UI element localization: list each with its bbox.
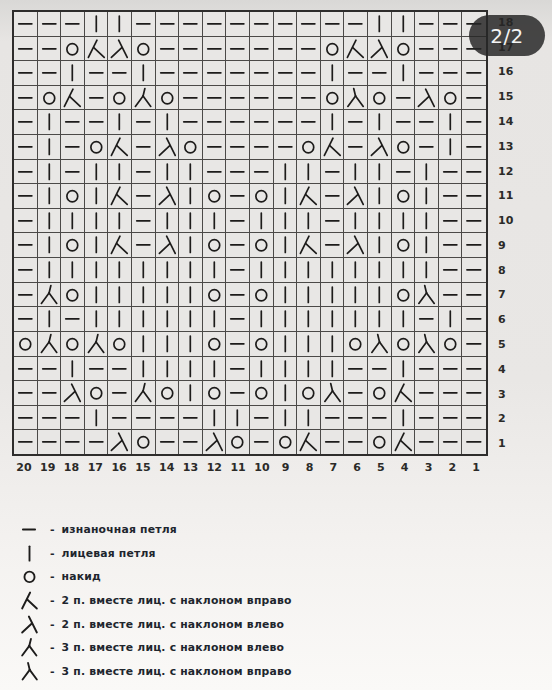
yarnover-symbol xyxy=(85,381,108,405)
row-label-3: 3 xyxy=(494,382,520,407)
cell-r2-c9 xyxy=(274,406,298,431)
knit-symbol xyxy=(439,110,462,134)
cell-r5-c1 xyxy=(462,332,486,357)
knit-symbol xyxy=(250,258,273,282)
k3tog-right-symbol xyxy=(415,332,438,356)
cell-r18-c7 xyxy=(321,12,345,37)
cell-r7-c2 xyxy=(439,283,463,308)
knit-symbol xyxy=(108,283,131,307)
purl-symbol xyxy=(226,37,249,61)
knit-symbol xyxy=(85,160,108,184)
purl-symbol xyxy=(14,37,37,61)
cell-r5-c8 xyxy=(297,332,321,357)
cell-r4-c12 xyxy=(203,357,227,382)
cell-r11-c16 xyxy=(108,184,132,209)
purl-symbol xyxy=(439,357,462,381)
cell-r11-c14 xyxy=(156,184,180,209)
cell-r17-c11 xyxy=(226,37,250,62)
row-labels: 181716151413121110987654321 xyxy=(494,10,520,456)
cell-r11-c12 xyxy=(203,184,227,209)
cell-r10-c16 xyxy=(108,209,132,234)
purl-symbol xyxy=(439,209,462,233)
purl-symbol xyxy=(14,307,37,331)
cell-r3-c19 xyxy=(38,381,62,406)
cell-r2-c4 xyxy=(392,406,416,431)
column-label-4: 4 xyxy=(393,458,417,478)
cell-r9-c12 xyxy=(203,233,227,258)
cell-r8-c17 xyxy=(85,258,109,283)
cell-r17-c6 xyxy=(344,37,368,62)
purl-symbol xyxy=(344,110,367,134)
purl-symbol xyxy=(344,12,367,36)
purl-symbol xyxy=(226,135,249,159)
cell-r4-c16 xyxy=(108,357,132,382)
cell-r3-c15 xyxy=(132,381,156,406)
cell-r5-c19 xyxy=(38,332,62,357)
knit-symbol xyxy=(108,160,131,184)
cell-r6-c5 xyxy=(368,307,392,332)
column-label-1: 1 xyxy=(464,458,488,478)
cell-r8-c10 xyxy=(250,258,274,283)
purl-symbol xyxy=(14,160,37,184)
knit-symbol xyxy=(156,258,179,282)
purl-symbol xyxy=(250,430,273,454)
cell-r3-c5 xyxy=(368,381,392,406)
cell-r15-c6 xyxy=(344,86,368,111)
cell-r11-c3 xyxy=(415,184,439,209)
yarnover-symbol xyxy=(250,381,273,405)
cell-r9-c19 xyxy=(38,233,62,258)
cell-r18-c14 xyxy=(156,12,180,37)
cell-r5-c13 xyxy=(179,332,203,357)
knit-symbol xyxy=(415,233,438,257)
yarnover-symbol xyxy=(368,381,391,405)
legend-separator: - xyxy=(50,594,55,607)
knit-symbol xyxy=(250,307,273,331)
cell-r3-c7 xyxy=(321,381,345,406)
cell-r18-c10 xyxy=(250,12,274,37)
cell-r15-c8 xyxy=(297,86,321,111)
cell-r17-c2 xyxy=(439,37,463,62)
cell-r13-c19 xyxy=(38,135,62,160)
knit-symbol xyxy=(179,381,202,405)
knit-symbol xyxy=(61,209,84,233)
cell-r3-c9 xyxy=(274,381,298,406)
knit-symbol xyxy=(274,258,297,282)
cell-r1-c8 xyxy=(297,430,321,454)
knit-symbol xyxy=(274,357,297,381)
purl-symbol xyxy=(38,430,61,454)
knit-symbol xyxy=(85,258,108,282)
k2tog-left-symbol xyxy=(156,233,179,257)
cell-r5-c17 xyxy=(85,332,109,357)
knit-symbol xyxy=(179,307,202,331)
cell-r17-c16 xyxy=(108,37,132,62)
legend-item-k2tog-left-symbol: -2 п. вместе лиц. с наклоном влево xyxy=(14,612,534,636)
purl-symbol xyxy=(462,283,486,307)
yarnover-symbol xyxy=(250,283,273,307)
cell-r11-c15 xyxy=(132,184,156,209)
knit-symbol xyxy=(61,61,84,85)
cell-r18-c15 xyxy=(132,12,156,37)
knit-symbol xyxy=(297,258,320,282)
k3tog-right-symbol xyxy=(344,86,367,110)
cell-r5-c7 xyxy=(321,332,345,357)
knit-symbol xyxy=(274,184,297,208)
knit-symbol xyxy=(179,209,202,233)
cell-r4-c7 xyxy=(321,357,345,382)
cell-r15-c9 xyxy=(274,86,298,111)
cell-r15-c5 xyxy=(368,86,392,111)
cell-r14-c10 xyxy=(250,110,274,135)
cell-r10-c15 xyxy=(132,209,156,234)
cell-r11-c1 xyxy=(462,184,486,209)
purl-symbol xyxy=(462,406,486,430)
cell-r9-c2 xyxy=(439,233,463,258)
yarnover-symbol xyxy=(132,37,155,61)
cell-r14-c2 xyxy=(439,110,463,135)
cell-r16-c8 xyxy=(297,61,321,86)
legend-label: 3 п. вместе лиц. с наклоном влево xyxy=(62,641,285,654)
purl-symbol xyxy=(462,61,486,85)
k3tog-left-symbol xyxy=(132,381,155,405)
knit-symbol xyxy=(368,233,391,257)
cell-r4-c5 xyxy=(368,357,392,382)
cell-r2-c11 xyxy=(226,406,250,431)
purl-symbol xyxy=(250,135,273,159)
k2tog-right-symbol xyxy=(321,135,344,159)
cell-r7-c4 xyxy=(392,283,416,308)
knitting-chart-page: 2019181716151413121110987654321 18171615… xyxy=(0,0,552,690)
cell-r5-c6 xyxy=(344,332,368,357)
cell-r8-c20 xyxy=(14,258,38,283)
cell-r3-c18 xyxy=(61,381,85,406)
knit-symbol xyxy=(179,160,202,184)
purl-symbol xyxy=(38,357,61,381)
purl-symbol xyxy=(344,61,367,85)
purl-symbol xyxy=(108,61,131,85)
row-label-16: 16 xyxy=(494,60,520,85)
knit-symbol xyxy=(368,307,391,331)
cell-r12-c4 xyxy=(392,160,416,185)
cell-r13-c20 xyxy=(14,135,38,160)
purl-symbol xyxy=(203,12,226,36)
row-label-15: 15 xyxy=(494,84,520,109)
cell-r17-c4 xyxy=(392,37,416,62)
purl-symbol xyxy=(344,430,367,454)
k2tog-left-symbol xyxy=(368,135,391,159)
cell-r14-c20 xyxy=(14,110,38,135)
yarnover-symbol xyxy=(226,430,249,454)
cell-r9-c18 xyxy=(61,233,85,258)
cell-r2-c2 xyxy=(439,406,463,431)
cell-r11-c6 xyxy=(344,184,368,209)
column-label-3: 3 xyxy=(417,458,441,478)
column-label-16: 16 xyxy=(107,458,131,478)
knit-symbol xyxy=(179,233,202,257)
knit-symbol xyxy=(85,209,108,233)
cell-r14-c11 xyxy=(226,110,250,135)
cell-r2-c5 xyxy=(368,406,392,431)
purl-symbol xyxy=(274,86,297,110)
cell-r15-c17 xyxy=(85,86,109,111)
cell-r18-c5 xyxy=(368,12,392,37)
cell-r13-c10 xyxy=(250,135,274,160)
cell-r3-c4 xyxy=(392,381,416,406)
cell-r16-c3 xyxy=(415,61,439,86)
cell-r10-c11 xyxy=(226,209,250,234)
cell-r14-c1 xyxy=(462,110,486,135)
cell-r13-c8 xyxy=(297,135,321,160)
cell-r4-c10 xyxy=(250,357,274,382)
cell-r13-c15 xyxy=(132,135,156,160)
purl-symbol xyxy=(132,233,155,257)
cell-r6-c11 xyxy=(226,307,250,332)
cell-r16-c12 xyxy=(203,61,227,86)
cell-r10-c18 xyxy=(61,209,85,234)
knit-symbol xyxy=(19,543,40,564)
knit-symbol xyxy=(85,307,108,331)
knit-symbol xyxy=(344,160,367,184)
cell-r17-c19 xyxy=(38,37,62,62)
cell-r7-c5 xyxy=(368,283,392,308)
purl-symbol xyxy=(132,12,155,36)
cell-r6-c12 xyxy=(203,307,227,332)
column-label-19: 19 xyxy=(36,458,60,478)
knit-symbol xyxy=(344,258,367,282)
knit-symbol xyxy=(85,406,108,430)
purl-symbol xyxy=(321,184,344,208)
cell-r4-c2 xyxy=(439,357,463,382)
purl-symbol xyxy=(14,209,37,233)
cell-r3-c13 xyxy=(179,381,203,406)
purl-symbol xyxy=(274,61,297,85)
k3tog-right-symbol xyxy=(321,381,344,405)
cell-r8-c1 xyxy=(462,258,486,283)
purl-symbol xyxy=(179,61,202,85)
cell-r12-c5 xyxy=(368,160,392,185)
cell-r17-c17 xyxy=(85,37,109,62)
purl-symbol xyxy=(14,135,37,159)
cell-r1-c12 xyxy=(203,430,227,454)
cell-r8-c11 xyxy=(226,258,250,283)
chart-grid xyxy=(12,10,488,456)
column-label-9: 9 xyxy=(274,458,298,478)
legend: -изнаночная петля-лицевая петля-накид-2 … xyxy=(14,518,534,683)
yarnover-symbol xyxy=(203,381,226,405)
knit-symbol xyxy=(368,209,391,233)
cell-r15-c10 xyxy=(250,86,274,111)
purl-symbol xyxy=(156,37,179,61)
knit-symbol xyxy=(156,209,179,233)
purl-symbol xyxy=(415,110,438,134)
cell-r6-c14 xyxy=(156,307,180,332)
cell-r16-c10 xyxy=(250,61,274,86)
cell-r4-c4 xyxy=(392,357,416,382)
knit-symbol xyxy=(179,184,202,208)
k3tog-right-symbol xyxy=(368,332,391,356)
k3tog-right-symbol xyxy=(19,661,40,682)
purl-symbol xyxy=(297,37,320,61)
cell-r4-c8 xyxy=(297,357,321,382)
cell-r18-c6 xyxy=(344,12,368,37)
cell-r4-c18 xyxy=(61,357,85,382)
purl-symbol xyxy=(321,160,344,184)
cell-r4-c20 xyxy=(14,357,38,382)
purl-symbol xyxy=(415,406,438,430)
knit-symbol xyxy=(203,258,226,282)
cell-r3-c2 xyxy=(439,381,463,406)
cell-r17-c14 xyxy=(156,37,180,62)
purl-symbol xyxy=(226,184,249,208)
cell-r16-c1 xyxy=(462,61,486,86)
yarnover-symbol xyxy=(203,332,226,356)
knit-symbol xyxy=(415,258,438,282)
purl-symbol xyxy=(274,37,297,61)
knit-symbol xyxy=(415,209,438,233)
knit-symbol xyxy=(439,307,462,331)
cell-r2-c6 xyxy=(344,406,368,431)
purl-symbol xyxy=(203,86,226,110)
knit-symbol xyxy=(156,332,179,356)
k3tog-left-symbol xyxy=(132,86,155,110)
yarnover-symbol xyxy=(392,37,415,61)
purl-symbol xyxy=(85,357,108,381)
row-label-5: 5 xyxy=(494,332,520,357)
k2tog-left-symbol xyxy=(61,381,84,405)
cell-r4-c17 xyxy=(85,357,109,382)
cell-r12-c11 xyxy=(226,160,250,185)
cell-r5-c20 xyxy=(14,332,38,357)
knit-symbol xyxy=(344,283,367,307)
knit-symbol xyxy=(179,332,202,356)
yarnover-symbol xyxy=(250,332,273,356)
knit-symbol xyxy=(203,406,226,430)
cell-r5-c18 xyxy=(61,332,85,357)
cell-r9-c20 xyxy=(14,233,38,258)
knit-symbol xyxy=(297,406,320,430)
page-indicator-badge: 2/2 xyxy=(469,15,545,56)
yarnover-symbol xyxy=(38,86,61,110)
purl-symbol xyxy=(203,37,226,61)
cell-r12-c20 xyxy=(14,160,38,185)
cell-r8-c4 xyxy=(392,258,416,283)
cell-r13-c12 xyxy=(203,135,227,160)
purl-symbol xyxy=(439,37,462,61)
cell-r5-c16 xyxy=(108,332,132,357)
cell-r14-c4 xyxy=(392,110,416,135)
cell-r8-c16 xyxy=(108,258,132,283)
cell-r13-c2 xyxy=(439,135,463,160)
cell-r8-c12 xyxy=(203,258,227,283)
cell-r1-c4 xyxy=(392,430,416,454)
purl-symbol xyxy=(250,12,273,36)
purl-symbol xyxy=(108,381,131,405)
knit-symbol xyxy=(179,357,202,381)
cell-r3-c12 xyxy=(203,381,227,406)
yarnover-symbol xyxy=(132,430,155,454)
cell-r17-c15 xyxy=(132,37,156,62)
legend-item-k3tog-right-symbol: -3 п. вместе лиц. с наклоном вправо xyxy=(14,660,534,684)
cell-r16-c19 xyxy=(38,61,62,86)
purl-symbol xyxy=(274,12,297,36)
cell-r7-c6 xyxy=(344,283,368,308)
purl-symbol xyxy=(179,110,202,134)
knit-symbol xyxy=(297,160,320,184)
purl-symbol xyxy=(14,61,37,85)
knit-symbol xyxy=(38,160,61,184)
legend-label: лицевая петля xyxy=(62,547,156,560)
cell-r15-c1 xyxy=(462,86,486,111)
knit-symbol xyxy=(156,357,179,381)
purl-symbol xyxy=(15,519,43,540)
cell-r7-c19 xyxy=(38,283,62,308)
purl-symbol xyxy=(462,135,486,159)
cell-r12-c2 xyxy=(439,160,463,185)
k2tog-right-symbol xyxy=(392,430,415,454)
cell-r14-c8 xyxy=(297,110,321,135)
row-label-1: 1 xyxy=(494,431,520,456)
cell-r1-c20 xyxy=(14,430,38,454)
yarnover-symbol xyxy=(344,332,367,356)
purl-symbol xyxy=(14,283,37,307)
cell-r1-c3 xyxy=(415,430,439,454)
cell-r10-c19 xyxy=(38,209,62,234)
yarnover-symbol xyxy=(19,566,40,587)
knit-symbol xyxy=(132,307,155,331)
cell-r12-c3 xyxy=(415,160,439,185)
knit-symbol xyxy=(321,61,344,85)
cell-r4-c3 xyxy=(415,357,439,382)
purl-symbol xyxy=(250,110,273,134)
purl-symbol xyxy=(14,381,37,405)
cell-r5-c2 xyxy=(439,332,463,357)
cell-r11-c11 xyxy=(226,184,250,209)
knit-symbol xyxy=(38,258,61,282)
k2tog-left-symbol xyxy=(203,430,226,454)
purl-symbol xyxy=(14,357,37,381)
cell-r15-c11 xyxy=(226,86,250,111)
purl-symbol xyxy=(462,332,486,356)
cell-r18-c12 xyxy=(203,12,227,37)
cell-r2-c14 xyxy=(156,406,180,431)
legend-separator: - xyxy=(50,618,55,631)
purl-symbol xyxy=(415,37,438,61)
column-label-8: 8 xyxy=(298,458,322,478)
cell-r9-c4 xyxy=(392,233,416,258)
purl-symbol xyxy=(462,258,486,282)
cell-r7-c1 xyxy=(462,283,486,308)
knit-symbol xyxy=(85,233,108,257)
knit-symbol xyxy=(392,61,415,85)
knit-symbol xyxy=(85,184,108,208)
cell-r18-c11 xyxy=(226,12,250,37)
cell-r9-c16 xyxy=(108,233,132,258)
cell-r8-c7 xyxy=(321,258,345,283)
k2tog-right-symbol xyxy=(19,590,40,611)
cell-r7-c3 xyxy=(415,283,439,308)
legend-separator: - xyxy=(50,547,55,560)
cell-r9-c10 xyxy=(250,233,274,258)
cell-r13-c13 xyxy=(179,135,203,160)
cell-r16-c17 xyxy=(85,61,109,86)
yarnover-symbol xyxy=(203,283,226,307)
cell-r12-c19 xyxy=(38,160,62,185)
purl-symbol xyxy=(203,160,226,184)
k2tog-right-symbol xyxy=(108,184,131,208)
legend-label: 2 п. вместе лиц. с наклоном вправо xyxy=(62,594,292,607)
cell-r2-c7 xyxy=(321,406,345,431)
